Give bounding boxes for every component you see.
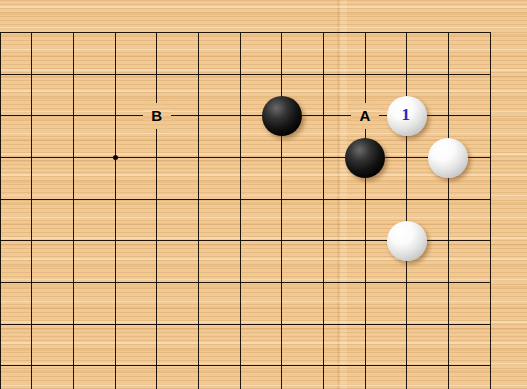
grid-line-horizontal (0, 324, 491, 325)
grid-line-vertical (406, 33, 407, 389)
white-stone-R17: 1 (387, 96, 427, 136)
black-stone-Q16 (345, 138, 385, 178)
grid-line-vertical-cropped-edge (0, 33, 1, 389)
move-number-label: 1 (401, 106, 410, 123)
grid-line-horizontal (0, 199, 491, 200)
grid-line-vertical (198, 33, 199, 389)
grid-line-vertical (490, 33, 491, 389)
point-label-b: B (143, 103, 171, 129)
star-point (113, 155, 118, 160)
point-label-a: A (351, 103, 379, 129)
grid-line-horizontal (0, 365, 491, 366)
grid-line-vertical (31, 33, 32, 389)
grid-line-horizontal (0, 282, 491, 283)
grid-line-vertical (281, 33, 282, 389)
black-stone-O17 (262, 96, 302, 136)
white-stone-R14 (387, 221, 427, 261)
grid-line-vertical (115, 33, 116, 389)
grid-line-vertical (365, 33, 366, 389)
grid-line-vertical (156, 33, 157, 389)
grid-line-vertical (323, 33, 324, 389)
grid-line-horizontal (0, 157, 491, 158)
grid-line-vertical (448, 33, 449, 389)
grid-line-vertical (240, 33, 241, 389)
go-board[interactable]: AB1 (0, 0, 527, 389)
grid-line-horizontal (0, 74, 491, 75)
white-stone-S16 (428, 138, 468, 178)
grid-line-vertical (73, 33, 74, 389)
grid-line-horizontal (0, 32, 491, 33)
